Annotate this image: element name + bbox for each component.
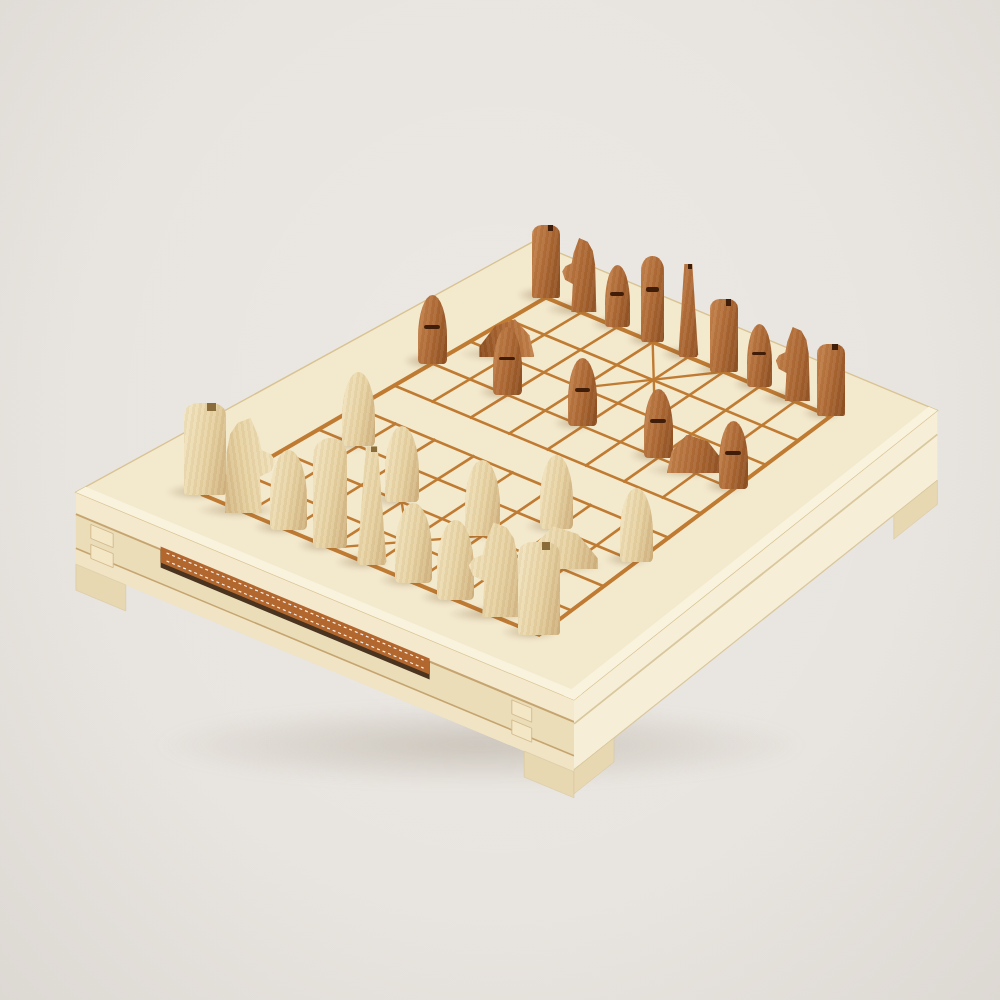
piece-body	[667, 435, 725, 474]
top-notch	[542, 542, 550, 550]
maple-dome-piece[interactable]	[620, 488, 653, 562]
top-notch	[726, 299, 732, 306]
wood-grain	[352, 446, 391, 565]
mahogany-dome-piece[interactable]	[568, 358, 597, 426]
piece-body	[675, 264, 702, 357]
wood-grain	[395, 503, 432, 583]
mahogany-horse-piece[interactable]	[562, 238, 601, 312]
maple-horse-piece[interactable]	[218, 418, 276, 513]
piece-body	[605, 265, 630, 328]
mahogany-wedge-piece[interactable]	[667, 435, 725, 474]
wood-grain	[270, 450, 307, 530]
product-photo-stage	[0, 0, 1000, 1000]
piece-body	[342, 372, 375, 446]
piece-body	[493, 327, 522, 395]
piece-body	[418, 295, 447, 363]
top-notch	[688, 264, 692, 269]
mahogany-flat-piece[interactable]	[532, 225, 560, 298]
wood-grain	[313, 438, 348, 548]
maple-flat-piece[interactable]	[518, 542, 560, 635]
coin-slot	[610, 292, 624, 295]
maple-cone-piece[interactable]	[352, 446, 391, 565]
wood-grain	[620, 488, 653, 562]
piece-body	[518, 542, 560, 635]
piece-body	[747, 324, 772, 387]
piece-body	[620, 488, 653, 562]
wood-grain	[605, 265, 630, 328]
maple-dome-piece[interactable]	[395, 503, 432, 583]
maple-dome-piece[interactable]	[342, 372, 375, 446]
piece-body	[270, 450, 307, 530]
top-notch	[548, 225, 554, 232]
piece-body	[710, 299, 738, 372]
piece-body	[532, 225, 560, 298]
piece-body	[540, 455, 573, 529]
piece-body	[719, 421, 748, 489]
piece-body	[641, 256, 665, 342]
wood-grain	[342, 372, 375, 446]
coin-slot	[499, 357, 515, 361]
mahogany-dome-piece[interactable]	[747, 324, 772, 387]
wood-grain	[493, 327, 522, 395]
mahogany-flat-piece[interactable]	[817, 344, 845, 417]
wood-grain	[532, 225, 560, 298]
wood-grain	[747, 324, 772, 387]
maple-dome-piece[interactable]	[270, 450, 307, 530]
piece-body	[352, 446, 391, 565]
piece-body	[568, 358, 597, 426]
mahogany-dome-piece[interactable]	[719, 421, 748, 489]
top-notch	[207, 403, 215, 411]
wood-grain	[568, 358, 597, 426]
mahogany-cylinder-piece[interactable]	[641, 256, 665, 342]
piece-body	[313, 438, 348, 548]
pieces-layer	[0, 0, 1000, 1000]
piece-body	[395, 503, 432, 583]
wood-grain	[675, 264, 702, 357]
coin-slot	[575, 388, 591, 392]
maple-cylinder-piece[interactable]	[313, 438, 348, 548]
mahogany-cone-piece[interactable]	[675, 264, 702, 357]
top-notch	[832, 344, 838, 351]
coin-slot	[752, 352, 766, 355]
wood-grain	[518, 542, 560, 635]
coin-slot	[646, 287, 659, 292]
wood-grain	[817, 344, 845, 417]
coin-slot	[725, 451, 741, 455]
coin-slot	[424, 325, 440, 329]
mahogany-dome-piece[interactable]	[493, 327, 522, 395]
piece-body	[817, 344, 845, 417]
wood-grain	[540, 455, 573, 529]
mahogany-dome-piece[interactable]	[418, 295, 447, 363]
wood-grain	[641, 256, 665, 342]
wood-grain	[667, 435, 725, 474]
top-notch	[371, 446, 377, 452]
mahogany-dome-piece[interactable]	[605, 265, 630, 328]
wood-grain	[719, 421, 748, 489]
coin-slot	[650, 419, 666, 423]
wood-grain	[710, 299, 738, 372]
mahogany-horse-piece[interactable]	[776, 327, 815, 401]
maple-dome-piece[interactable]	[540, 455, 573, 529]
mahogany-flat-piece[interactable]	[710, 299, 738, 372]
piece-body	[218, 418, 276, 513]
wood-grain	[418, 295, 447, 363]
wood-grain	[218, 418, 276, 513]
